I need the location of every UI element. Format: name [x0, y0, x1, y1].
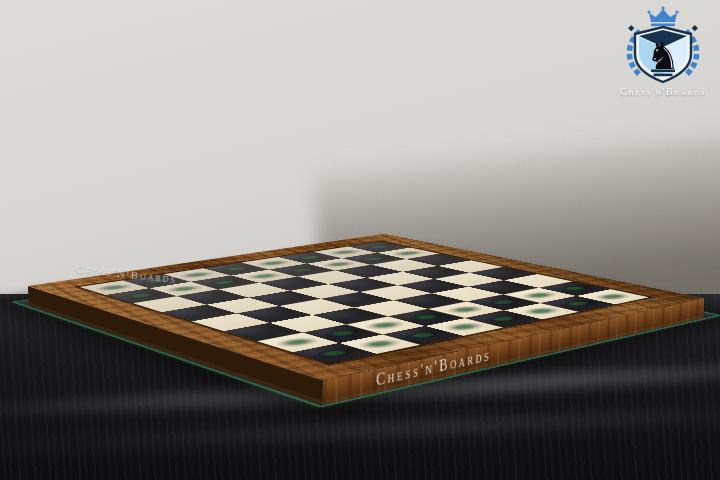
chessboard: Chess'n'Boards ♜♞♝♛♚♝♞♜♟♟♟♟♟♟♟♟♟♟♟♟♟♟♟♟♜… — [28, 234, 704, 381]
photo-stage: Chess'n'Boards ♜♞♝♛♚♝♞♜♟♟♟♟♟♟♟♟♟♟♟♟♟♟♟♟♜… — [0, 0, 720, 480]
crown-icon — [647, 6, 678, 26]
brand-logo: ♞ Chess'n'Boards — [602, 5, 720, 97]
logo-text: Chess'n'Boards — [602, 86, 720, 97]
logo-emblem: ♞ — [602, 5, 720, 85]
